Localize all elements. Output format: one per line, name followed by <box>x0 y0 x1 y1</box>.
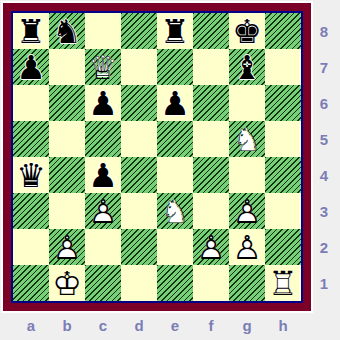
square-e5[interactable] <box>157 121 193 157</box>
file-label-a: a <box>13 312 49 338</box>
square-d8[interactable] <box>121 13 157 49</box>
square-f2[interactable]: ♟♙ <box>193 229 229 265</box>
square-c5[interactable] <box>85 121 121 157</box>
square-g1[interactable] <box>229 265 265 301</box>
square-h1[interactable]: ♜♖ <box>265 265 301 301</box>
square-c7[interactable]: ♛♕ <box>85 49 121 85</box>
square-b4[interactable] <box>49 157 85 193</box>
board-frame: ♜♞♜♚♟♛♕♝♟♟♞♘♛♟♟♙♞♘♟♙♟♙♟♙♟♙♚♔♜♖ <box>3 3 311 311</box>
square-b6[interactable] <box>49 85 85 121</box>
square-e6[interactable]: ♟ <box>157 85 193 121</box>
square-h4[interactable] <box>265 157 301 193</box>
square-b8[interactable]: ♞ <box>49 13 85 49</box>
rank-label-3: 3 <box>311 193 337 229</box>
square-g4[interactable] <box>229 157 265 193</box>
square-h3[interactable] <box>265 193 301 229</box>
black-rook-a8: ♜ <box>13 13 49 49</box>
square-e4[interactable] <box>157 157 193 193</box>
file-labels: abcdefgh <box>13 312 301 338</box>
square-d1[interactable] <box>121 265 157 301</box>
square-e7[interactable] <box>157 49 193 85</box>
black-pawn-a7: ♟ <box>13 49 49 85</box>
square-d2[interactable] <box>121 229 157 265</box>
square-a6[interactable] <box>13 85 49 121</box>
white-pawn-g2: ♟♙ <box>229 229 265 265</box>
square-f3[interactable] <box>193 193 229 229</box>
square-f6[interactable] <box>193 85 229 121</box>
file-label-c: c <box>85 312 121 338</box>
rank-label-2: 2 <box>311 229 337 265</box>
rank-label-1: 1 <box>311 265 337 301</box>
square-e8[interactable]: ♜ <box>157 13 193 49</box>
square-a7[interactable]: ♟ <box>13 49 49 85</box>
square-g2[interactable]: ♟♙ <box>229 229 265 265</box>
square-c6[interactable]: ♟ <box>85 85 121 121</box>
square-a1[interactable] <box>13 265 49 301</box>
white-queen-c7: ♛♕ <box>85 49 121 85</box>
square-d6[interactable] <box>121 85 157 121</box>
white-pawn-b2: ♟♙ <box>49 229 85 265</box>
rank-labels: 87654321 <box>311 13 337 301</box>
square-f8[interactable] <box>193 13 229 49</box>
black-pawn-c6: ♟ <box>85 85 121 121</box>
black-bishop-g7: ♝ <box>229 49 265 85</box>
black-queen-a4: ♛ <box>13 157 49 193</box>
file-label-h: h <box>265 312 301 338</box>
square-c1[interactable] <box>85 265 121 301</box>
square-a5[interactable] <box>13 121 49 157</box>
black-rook-e8: ♜ <box>157 13 193 49</box>
square-h5[interactable] <box>265 121 301 157</box>
rank-label-8: 8 <box>311 13 337 49</box>
square-b7[interactable] <box>49 49 85 85</box>
square-e2[interactable] <box>157 229 193 265</box>
white-pawn-g3: ♟♙ <box>229 193 265 229</box>
rank-label-7: 7 <box>311 49 337 85</box>
square-d7[interactable] <box>121 49 157 85</box>
square-c3[interactable]: ♟♙ <box>85 193 121 229</box>
square-d3[interactable] <box>121 193 157 229</box>
black-knight-b8: ♞ <box>49 13 85 49</box>
square-c4[interactable]: ♟ <box>85 157 121 193</box>
square-f4[interactable] <box>193 157 229 193</box>
square-c8[interactable] <box>85 13 121 49</box>
square-a8[interactable]: ♜ <box>13 13 49 49</box>
file-label-g: g <box>229 312 265 338</box>
square-b5[interactable] <box>49 121 85 157</box>
square-b1[interactable]: ♚♔ <box>49 265 85 301</box>
white-knight-g5: ♞♘ <box>229 121 265 157</box>
file-label-e: e <box>157 312 193 338</box>
square-g8[interactable]: ♚ <box>229 13 265 49</box>
rank-label-4: 4 <box>311 157 337 193</box>
chess-board: ♜♞♜♚♟♛♕♝♟♟♞♘♛♟♟♙♞♘♟♙♟♙♟♙♟♙♚♔♜♖ <box>13 13 301 301</box>
white-king-b1: ♚♔ <box>49 265 85 301</box>
rank-label-5: 5 <box>311 121 337 157</box>
black-pawn-c4: ♟ <box>85 157 121 193</box>
square-d4[interactable] <box>121 157 157 193</box>
square-a2[interactable] <box>13 229 49 265</box>
square-f5[interactable] <box>193 121 229 157</box>
square-g5[interactable]: ♞♘ <box>229 121 265 157</box>
square-d5[interactable] <box>121 121 157 157</box>
square-b3[interactable] <box>49 193 85 229</box>
square-a4[interactable]: ♛ <box>13 157 49 193</box>
white-pawn-c3: ♟♙ <box>85 193 121 229</box>
white-knight-e3: ♞♘ <box>157 193 193 229</box>
square-a3[interactable] <box>13 193 49 229</box>
square-g7[interactable]: ♝ <box>229 49 265 85</box>
square-f7[interactable] <box>193 49 229 85</box>
square-e1[interactable] <box>157 265 193 301</box>
file-label-d: d <box>121 312 157 338</box>
square-f1[interactable] <box>193 265 229 301</box>
square-c2[interactable] <box>85 229 121 265</box>
black-king-g8: ♚ <box>229 13 265 49</box>
square-h6[interactable] <box>265 85 301 121</box>
square-h2[interactable] <box>265 229 301 265</box>
square-e3[interactable]: ♞♘ <box>157 193 193 229</box>
white-rook-h1: ♜♖ <box>265 265 301 301</box>
square-h7[interactable] <box>265 49 301 85</box>
rank-label-6: 6 <box>311 85 337 121</box>
square-b2[interactable]: ♟♙ <box>49 229 85 265</box>
file-label-f: f <box>193 312 229 338</box>
file-label-b: b <box>49 312 85 338</box>
black-pawn-e6: ♟ <box>157 85 193 121</box>
square-h8[interactable] <box>265 13 301 49</box>
white-pawn-f2: ♟♙ <box>193 229 229 265</box>
square-g3[interactable]: ♟♙ <box>229 193 265 229</box>
square-g6[interactable] <box>229 85 265 121</box>
board-inner-border: ♜♞♜♚♟♛♕♝♟♟♞♘♛♟♟♙♞♘♟♙♟♙♟♙♟♙♚♔♜♖ <box>11 11 303 303</box>
